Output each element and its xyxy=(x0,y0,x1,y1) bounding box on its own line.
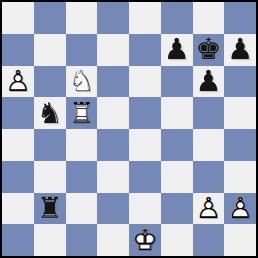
white-pawn-icon[interactable]: ♟♙ xyxy=(224,193,256,225)
piece-fill-layer: ♞ xyxy=(34,97,66,129)
square-c5[interactable]: ♜♖ xyxy=(66,97,98,129)
square-g7[interactable]: ♚ xyxy=(193,34,225,66)
square-d8[interactable] xyxy=(97,2,129,34)
square-e8[interactable] xyxy=(129,2,161,34)
square-b1[interactable] xyxy=(34,224,66,256)
piece-fill-layer: ♟ xyxy=(2,66,34,98)
piece-outline-layer: ♙ xyxy=(193,193,225,225)
square-d2[interactable] xyxy=(97,193,129,225)
square-b7[interactable] xyxy=(34,34,66,66)
square-b2[interactable]: ♜ xyxy=(34,193,66,225)
piece-outline-layer: ♙ xyxy=(2,66,34,98)
square-f2[interactable] xyxy=(161,193,193,225)
square-f8[interactable] xyxy=(161,2,193,34)
square-d7[interactable] xyxy=(97,34,129,66)
square-c1[interactable] xyxy=(66,224,98,256)
square-e3[interactable] xyxy=(129,161,161,193)
square-a6[interactable]: ♟♙ xyxy=(2,66,34,98)
square-c4[interactable] xyxy=(66,129,98,161)
square-e4[interactable] xyxy=(129,129,161,161)
square-b6[interactable] xyxy=(34,66,66,98)
square-c3[interactable] xyxy=(66,161,98,193)
square-c7[interactable] xyxy=(66,34,98,66)
square-h7[interactable]: ♟ xyxy=(224,34,256,66)
square-h1[interactable] xyxy=(224,224,256,256)
white-pawn-icon[interactable]: ♟♙ xyxy=(193,193,225,225)
square-d6[interactable] xyxy=(97,66,129,98)
square-b3[interactable] xyxy=(34,161,66,193)
square-e2[interactable] xyxy=(129,193,161,225)
black-pawn-icon[interactable]: ♟ xyxy=(224,34,256,66)
square-f1[interactable] xyxy=(161,224,193,256)
black-rook-icon[interactable]: ♜ xyxy=(34,193,66,225)
square-d3[interactable] xyxy=(97,161,129,193)
black-king-icon[interactable]: ♚ xyxy=(193,34,225,66)
square-c6[interactable]: ♞♘ xyxy=(66,66,98,98)
square-b5[interactable]: ♞ xyxy=(34,97,66,129)
square-b4[interactable] xyxy=(34,129,66,161)
square-f5[interactable] xyxy=(161,97,193,129)
piece-outline-layer: ♙ xyxy=(224,193,256,225)
piece-fill-layer: ♟ xyxy=(224,34,256,66)
square-f6[interactable] xyxy=(161,66,193,98)
piece-outline-layer: ♖ xyxy=(66,97,98,129)
square-e5[interactable] xyxy=(129,97,161,129)
square-b8[interactable] xyxy=(34,2,66,34)
white-knight-icon[interactable]: ♞♘ xyxy=(66,66,98,98)
black-pawn-icon[interactable]: ♟ xyxy=(193,66,225,98)
square-h4[interactable] xyxy=(224,129,256,161)
square-e1[interactable]: ♚♔ xyxy=(129,224,161,256)
square-a1[interactable] xyxy=(2,224,34,256)
square-g8[interactable] xyxy=(193,2,225,34)
square-a8[interactable] xyxy=(2,2,34,34)
square-c8[interactable] xyxy=(66,2,98,34)
square-e6[interactable] xyxy=(129,66,161,98)
square-g2[interactable]: ♟♙ xyxy=(193,193,225,225)
square-f3[interactable] xyxy=(161,161,193,193)
square-h8[interactable] xyxy=(224,2,256,34)
white-pawn-icon[interactable]: ♟♙ xyxy=(2,66,34,98)
piece-fill-layer: ♚ xyxy=(193,34,225,66)
square-g5[interactable] xyxy=(193,97,225,129)
white-rook-icon[interactable]: ♜♖ xyxy=(66,97,98,129)
square-g6[interactable]: ♟ xyxy=(193,66,225,98)
square-a4[interactable] xyxy=(2,129,34,161)
square-a3[interactable] xyxy=(2,161,34,193)
black-knight-icon[interactable]: ♞ xyxy=(34,97,66,129)
square-d1[interactable] xyxy=(97,224,129,256)
piece-fill-layer: ♟ xyxy=(193,193,225,225)
square-h2[interactable]: ♟♙ xyxy=(224,193,256,225)
black-pawn-icon[interactable]: ♟ xyxy=(161,34,193,66)
white-king-icon[interactable]: ♚♔ xyxy=(129,224,161,256)
square-a7[interactable] xyxy=(2,34,34,66)
square-a5[interactable] xyxy=(2,97,34,129)
chess-app-window: ♟♚♟♟♙♞♘♟♞♜♖♜♟♙♟♙♚♔ xyxy=(0,0,258,258)
square-h5[interactable] xyxy=(224,97,256,129)
square-a2[interactable] xyxy=(2,193,34,225)
square-h6[interactable] xyxy=(224,66,256,98)
piece-outline-layer: ♔ xyxy=(129,224,161,256)
piece-fill-layer: ♟ xyxy=(193,66,225,98)
square-g4[interactable] xyxy=(193,129,225,161)
piece-outline-layer: ♘ xyxy=(66,66,98,98)
piece-fill-layer: ♜ xyxy=(34,193,66,225)
square-f7[interactable]: ♟ xyxy=(161,34,193,66)
square-h3[interactable] xyxy=(224,161,256,193)
piece-fill-layer: ♟ xyxy=(224,193,256,225)
piece-fill-layer: ♚ xyxy=(129,224,161,256)
square-f4[interactable] xyxy=(161,129,193,161)
square-d5[interactable] xyxy=(97,97,129,129)
piece-fill-layer: ♟ xyxy=(161,34,193,66)
square-c2[interactable] xyxy=(66,193,98,225)
square-d4[interactable] xyxy=(97,129,129,161)
square-e7[interactable] xyxy=(129,34,161,66)
square-g3[interactable] xyxy=(193,161,225,193)
chess-board: ♟♚♟♟♙♞♘♟♞♜♖♜♟♙♟♙♚♔ xyxy=(0,0,258,258)
piece-fill-layer: ♞ xyxy=(66,66,98,98)
piece-fill-layer: ♜ xyxy=(66,97,98,129)
square-g1[interactable] xyxy=(193,224,225,256)
